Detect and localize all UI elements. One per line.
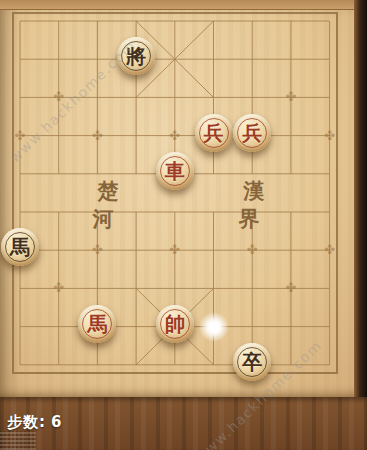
move-highlight-dot[interactable]	[199, 312, 229, 342]
point-marker: ✤	[13, 129, 27, 142]
xiangqi-app-screen: ✤✤✤✤✤✤✤✤✤✤✤✤✤✤ 楚河 漢界 將兵兵車馬馬帥卒 步数: 6 www.…	[0, 0, 367, 450]
point-marker: ✤	[52, 281, 66, 294]
board-grid-lines	[0, 0, 367, 450]
point-marker: ✤	[323, 129, 337, 142]
river-text-left: 楚河	[73, 177, 143, 233]
piece-black-horse[interactable]: 馬	[1, 228, 39, 266]
point-marker: ✤	[168, 129, 182, 142]
river-text-right: 漢界	[219, 177, 289, 233]
piece-character: 將	[126, 46, 146, 66]
top-wood-strip	[0, 0, 367, 10]
step-counter: 步数: 6	[7, 413, 62, 432]
piece-character: 兵	[204, 123, 224, 143]
piece-red-soldier-2[interactable]: 兵	[233, 114, 271, 152]
piece-red-soldier-1[interactable]: 兵	[195, 114, 233, 152]
piece-character: 馬	[10, 237, 30, 257]
piece-character: 兵	[242, 123, 262, 143]
point-marker: ✤	[168, 243, 182, 256]
piece-black-soldier[interactable]: 卒	[233, 343, 271, 381]
point-marker: ✤	[284, 281, 298, 294]
point-marker: ✤	[284, 90, 298, 103]
point-marker: ✤	[323, 243, 337, 256]
point-marker: ✤	[245, 243, 259, 256]
piece-character: 車	[165, 161, 185, 181]
step-counter-label: 步数:	[7, 413, 46, 432]
piece-character: 馬	[87, 314, 107, 334]
piece-red-horse[interactable]: 馬	[78, 305, 116, 343]
bottom-status-bar: 步数: 6	[0, 397, 367, 450]
piece-red-chariot[interactable]: 車	[156, 152, 194, 190]
qr-watermark-noise	[0, 431, 36, 450]
point-marker: ✤	[90, 243, 104, 256]
step-counter-value: 6	[51, 413, 62, 432]
piece-character: 卒	[242, 352, 262, 372]
point-marker: ✤	[52, 90, 66, 103]
right-dark-edge	[354, 0, 367, 397]
point-marker: ✤	[90, 129, 104, 142]
piece-character: 帥	[165, 314, 185, 334]
piece-red-general[interactable]: 帥	[156, 305, 194, 343]
